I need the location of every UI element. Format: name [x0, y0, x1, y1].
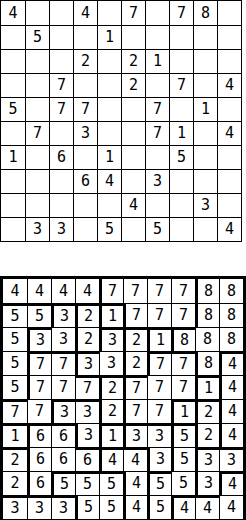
solution-cell: 6 — [51, 423, 75, 447]
solution-cell: 3 — [27, 495, 51, 519]
puzzle-cell — [97, 1, 121, 25]
puzzle-cell: 7 — [49, 73, 73, 97]
puzzle-cell: 1 — [169, 121, 193, 145]
puzzle-cell: 4 — [217, 217, 241, 241]
solution-cell: 3 — [219, 447, 243, 471]
puzzle-cell: 7 — [121, 1, 145, 25]
solution-cell: 7 — [123, 303, 147, 327]
puzzle-cell: 4 — [1, 1, 25, 25]
solution-cell: 5 — [3, 327, 27, 351]
solution-cell: 7 — [51, 375, 75, 399]
solution-cell: 2 — [3, 471, 27, 495]
solution-cell: 4 — [219, 351, 243, 375]
solution-cell: 8 — [219, 303, 243, 327]
puzzle-cell — [121, 169, 145, 193]
fillomino-sheet: 44778512217274577717371416156434333554 4… — [0, 0, 246, 520]
puzzle-cell — [169, 49, 193, 73]
puzzle-cell — [97, 97, 121, 121]
puzzle-cell — [193, 49, 217, 73]
puzzle-cell — [169, 97, 193, 121]
puzzle-cell: 5 — [1, 97, 25, 121]
puzzle-cell — [1, 25, 25, 49]
solution-cell: 4 — [27, 279, 51, 303]
puzzle-cell — [217, 169, 241, 193]
puzzle-cell — [145, 73, 169, 97]
puzzle-cell — [169, 193, 193, 217]
solution-cell: 7 — [171, 375, 195, 399]
solution-cell: 6 — [51, 447, 75, 471]
solution-cell: 8 — [195, 327, 219, 351]
puzzle-cell — [97, 193, 121, 217]
solution-cell: 4 — [219, 423, 243, 447]
puzzle-cell — [1, 193, 25, 217]
solution-cell: 7 — [147, 279, 171, 303]
solution-cell: 5 — [3, 303, 27, 327]
solution-cell: 5 — [147, 495, 171, 519]
solution-cell: 4 — [195, 495, 219, 519]
solution-cell: 3 — [123, 423, 147, 447]
solution-cell: 5 — [99, 495, 123, 519]
solution-cell: 2 — [123, 351, 147, 375]
solution-cell: 7 — [99, 279, 123, 303]
solution-cell: 7 — [123, 375, 147, 399]
puzzle-cell — [193, 217, 217, 241]
puzzle-cell: 7 — [25, 121, 49, 145]
puzzle-cell: 5 — [97, 217, 121, 241]
puzzle-cell — [121, 121, 145, 145]
solution-cell: 2 — [99, 399, 123, 423]
puzzle-cell: 3 — [193, 193, 217, 217]
solution-cell: 1 — [171, 399, 195, 423]
puzzle-cell: 7 — [169, 73, 193, 97]
solution-cell: 3 — [51, 495, 75, 519]
puzzle-cell — [25, 1, 49, 25]
puzzle-cell: 3 — [49, 217, 73, 241]
puzzle-cell: 7 — [49, 97, 73, 121]
solution-cell: 8 — [219, 327, 243, 351]
solution-cell: 7 — [147, 303, 171, 327]
puzzle-cell — [121, 217, 145, 241]
puzzle-cell — [73, 193, 97, 217]
puzzle-cell — [193, 25, 217, 49]
puzzle-cell — [1, 217, 25, 241]
solution-cell: 8 — [195, 351, 219, 375]
puzzle-cell — [73, 145, 97, 169]
solution-cell: 3 — [75, 351, 99, 375]
puzzle-cell — [25, 169, 49, 193]
solution-cell: 5 — [171, 423, 195, 447]
puzzle-cell — [25, 97, 49, 121]
solution-cell: 7 — [123, 399, 147, 423]
puzzle-cell — [49, 1, 73, 25]
puzzle-cell — [97, 49, 121, 73]
solution-cell: 3 — [195, 471, 219, 495]
solution-cell: 5 — [147, 471, 171, 495]
puzzle-cell — [145, 145, 169, 169]
solution-cell: 8 — [219, 279, 243, 303]
solution-cell: 6 — [27, 447, 51, 471]
solution-cell: 2 — [195, 399, 219, 423]
puzzle-cell: 5 — [145, 217, 169, 241]
solution-cell: 3 — [75, 399, 99, 423]
solution-cell: 4 — [171, 495, 195, 519]
solution-cell: 7 — [3, 399, 27, 423]
puzzle-cell — [25, 193, 49, 217]
solution-cell: 4 — [123, 471, 147, 495]
solution-cell: 5 — [51, 471, 75, 495]
solution-cell: 3 — [51, 303, 75, 327]
solution-cell: 4 — [219, 399, 243, 423]
puzzle-cell: 3 — [145, 169, 169, 193]
solution-cell: 4 — [219, 495, 243, 519]
puzzle-cell: 2 — [73, 49, 97, 73]
puzzle-cell: 7 — [145, 97, 169, 121]
puzzle-cell: 5 — [169, 145, 193, 169]
puzzle-cell: 1 — [97, 145, 121, 169]
puzzle-cell: 1 — [97, 25, 121, 49]
puzzle-cell — [193, 121, 217, 145]
puzzle-cell — [217, 1, 241, 25]
puzzle-cell: 2 — [121, 73, 145, 97]
puzzle-cell — [97, 73, 121, 97]
solution-cell: 6 — [75, 447, 99, 471]
puzzle-cell — [145, 1, 169, 25]
solution-cell: 7 — [147, 399, 171, 423]
puzzle-cell: 6 — [73, 169, 97, 193]
solution-cell: 4 — [99, 447, 123, 471]
solution-cell: 3 — [75, 423, 99, 447]
solution-cell: 1 — [195, 375, 219, 399]
solution-cell: 1 — [99, 423, 123, 447]
puzzle-cell — [25, 73, 49, 97]
puzzle-cell — [121, 25, 145, 49]
solution-cell: 4 — [75, 279, 99, 303]
puzzle-cell — [217, 49, 241, 73]
puzzle-cell — [169, 217, 193, 241]
solution-cell: 6 — [27, 423, 51, 447]
solution-cell: 2 — [195, 423, 219, 447]
puzzle-cell: 4 — [217, 73, 241, 97]
puzzle-cell — [169, 169, 193, 193]
solution-cell: 5 — [171, 471, 195, 495]
solution-cell: 2 — [123, 327, 147, 351]
solution-cell: 3 — [147, 447, 171, 471]
solution-cell: 4 — [51, 279, 75, 303]
solution-cell: 2 — [75, 303, 99, 327]
puzzle-cell — [193, 73, 217, 97]
solution-cell: 6 — [27, 471, 51, 495]
solution-cell: 5 — [171, 447, 195, 471]
puzzle-cell: 6 — [49, 145, 73, 169]
solution-cell: 3 — [27, 327, 51, 351]
puzzle-cell: 4 — [73, 1, 97, 25]
solution-cell: 4 — [123, 447, 147, 471]
puzzle-cell — [49, 121, 73, 145]
puzzle-cell — [73, 25, 97, 49]
puzzle-cell — [121, 97, 145, 121]
solution-cell: 8 — [195, 279, 219, 303]
solution-cell: 1 — [147, 327, 171, 351]
solution-cell: 3 — [99, 351, 123, 375]
puzzle-cell: 1 — [193, 97, 217, 121]
solution-cell: 5 — [3, 351, 27, 375]
puzzle-cell — [49, 169, 73, 193]
puzzle-cell: 8 — [193, 1, 217, 25]
puzzle-cell — [49, 193, 73, 217]
puzzle-cell: 3 — [73, 121, 97, 145]
puzzle-cell — [169, 25, 193, 49]
puzzle-cell — [49, 25, 73, 49]
solution-cell: 1 — [99, 303, 123, 327]
solution-cell: 5 — [75, 471, 99, 495]
solution-cell: 7 — [171, 303, 195, 327]
puzzle-cell — [1, 121, 25, 145]
solution-cell: 4 — [219, 471, 243, 495]
solution-cell: 8 — [195, 303, 219, 327]
puzzle-grid: 44778512217274577717371416156434333554 — [0, 0, 242, 242]
puzzle-cell — [217, 25, 241, 49]
puzzle-cell: 5 — [25, 25, 49, 49]
solution-cell: 5 — [99, 471, 123, 495]
puzzle-cell — [1, 49, 25, 73]
solution-cell: 7 — [171, 279, 195, 303]
puzzle-cell — [193, 145, 217, 169]
solution-cell: 1 — [3, 423, 27, 447]
puzzle-cell — [145, 25, 169, 49]
puzzle-cell — [1, 169, 25, 193]
solution-cell: 5 — [3, 375, 27, 399]
puzzle-cell — [97, 121, 121, 145]
solution-cell: 3 — [99, 327, 123, 351]
solution-cell: 3 — [195, 447, 219, 471]
puzzle-cell — [217, 193, 241, 217]
puzzle-cell: 7 — [73, 97, 97, 121]
solution-cell: 2 — [3, 447, 27, 471]
solution-cell: 3 — [51, 399, 75, 423]
solution-cell: 7 — [51, 351, 75, 375]
solution-cell: 7 — [27, 351, 51, 375]
solution-cell: 5 — [27, 303, 51, 327]
solution-cell: 7 — [27, 399, 51, 423]
solution-cell: 2 — [99, 375, 123, 399]
solution-cell: 4 — [219, 375, 243, 399]
solution-cell: 3 — [147, 423, 171, 447]
solution-cell: 7 — [147, 351, 171, 375]
puzzle-cell — [25, 145, 49, 169]
puzzle-cell — [217, 145, 241, 169]
puzzle-cell — [193, 169, 217, 193]
solution-cell: 7 — [147, 375, 171, 399]
puzzle-cell: 4 — [121, 193, 145, 217]
solution-grid: 4444777788553217778853323218885773327784… — [0, 276, 246, 520]
puzzle-cell: 1 — [145, 49, 169, 73]
solution-cell: 7 — [75, 375, 99, 399]
puzzle-cell — [49, 49, 73, 73]
solution-cell: 4 — [3, 279, 27, 303]
puzzle-cell: 4 — [97, 169, 121, 193]
puzzle-cell: 7 — [169, 1, 193, 25]
puzzle-cell: 1 — [1, 145, 25, 169]
puzzle-cell — [217, 97, 241, 121]
solution-cell: 7 — [27, 375, 51, 399]
solution-cell: 8 — [171, 327, 195, 351]
solution-cell: 7 — [171, 351, 195, 375]
puzzle-cell: 3 — [25, 217, 49, 241]
puzzle-cell — [73, 217, 97, 241]
solution-cell: 3 — [3, 495, 27, 519]
solution-cell: 7 — [123, 279, 147, 303]
puzzle-cell — [25, 49, 49, 73]
puzzle-cell — [73, 73, 97, 97]
solution-cell: 5 — [75, 495, 99, 519]
puzzle-cell — [1, 73, 25, 97]
puzzle-cell: 4 — [217, 121, 241, 145]
puzzle-cell: 7 — [145, 121, 169, 145]
solution-cell: 4 — [123, 495, 147, 519]
solution-cell: 2 — [75, 327, 99, 351]
puzzle-cell: 2 — [121, 49, 145, 73]
puzzle-cell — [121, 145, 145, 169]
puzzle-cell — [145, 193, 169, 217]
solution-cell: 3 — [51, 327, 75, 351]
